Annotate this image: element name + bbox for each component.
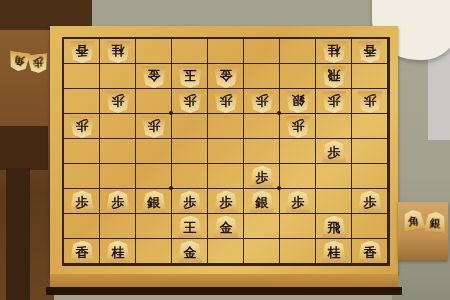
board-cell[interactable]: 香	[64, 239, 100, 264]
piece-kanji: 金	[184, 246, 197, 259]
board-cell[interactable]: 飛	[316, 64, 352, 89]
piece-kanji: 歩	[112, 94, 125, 107]
piece-kanji: 歩	[256, 171, 269, 184]
shogi-piece-歩-sente[interactable]: 歩	[105, 191, 131, 213]
shogi-piece-歩-gote[interactable]: 歩	[357, 91, 383, 113]
piece-kanji: 香	[364, 246, 377, 259]
shogi-piece-歩-sente[interactable]: 歩	[249, 166, 275, 188]
board-cell[interactable]: 歩	[244, 164, 280, 189]
board-cell[interactable]	[172, 114, 208, 139]
board-cell[interactable]	[64, 89, 100, 114]
board-cell[interactable]: 歩	[280, 114, 316, 139]
shogi-piece-歩-gote[interactable]: 歩	[213, 91, 239, 113]
piece-kanji: 桂	[112, 44, 125, 57]
shogi-piece-歩-gote-hand[interactable]: 歩	[26, 53, 50, 74]
board-cell[interactable]: 銀	[244, 189, 280, 214]
piece-kanji: 歩	[364, 196, 377, 209]
board-shadow	[46, 287, 402, 295]
board-cell[interactable]: 歩	[100, 89, 136, 114]
board-cell[interactable]: 歩	[208, 189, 244, 214]
board-front-edge	[50, 274, 398, 287]
shogi-piece-銀-sente[interactable]: 銀	[249, 191, 275, 213]
board-cell[interactable]	[208, 239, 244, 264]
board-cell[interactable]	[100, 214, 136, 239]
shogi-board: 香桂桂香金玉金飛歩歩歩歩銀歩歩歩歩歩歩歩歩歩銀歩歩銀歩歩王金飛香桂金桂香	[50, 26, 398, 274]
board-cell[interactable]	[244, 64, 280, 89]
shogi-piece-香-gote[interactable]: 香	[357, 41, 383, 63]
shogi-piece-桂-gote[interactable]: 桂	[321, 41, 347, 63]
board-cell[interactable]	[316, 189, 352, 214]
piece-kanji: 歩	[112, 196, 125, 209]
piece-kanji: 歩	[256, 94, 269, 107]
shogi-piece-歩-sente[interactable]: 歩	[69, 191, 95, 213]
board-cell[interactable]	[136, 214, 172, 239]
board-cell[interactable]: 歩	[136, 114, 172, 139]
board-cell[interactable]	[136, 139, 172, 164]
board-cell[interactable]	[172, 139, 208, 164]
board-cell[interactable]: 銀	[280, 89, 316, 114]
board-cell[interactable]	[352, 164, 388, 189]
piece-kanji: 歩	[76, 119, 89, 132]
shogi-piece-飛-sente[interactable]: 飛	[321, 216, 347, 238]
board-cell[interactable]	[280, 164, 316, 189]
board-cell[interactable]	[100, 164, 136, 189]
komadai-sente: 角銀	[398, 202, 448, 260]
shogi-piece-金-gote[interactable]: 金	[141, 66, 167, 88]
board-cell[interactable]	[208, 39, 244, 64]
board-cell[interactable]	[64, 164, 100, 189]
shogi-piece-歩-sente[interactable]: 歩	[357, 191, 383, 213]
board-cell[interactable]	[136, 239, 172, 264]
shogi-piece-桂-sente[interactable]: 桂	[321, 241, 347, 263]
board-cell[interactable]: 桂	[100, 39, 136, 64]
board-grid: 香桂桂香金玉金飛歩歩歩歩銀歩歩歩歩歩歩歩歩歩銀歩歩銀歩歩王金飛香桂金桂香	[62, 37, 390, 266]
board-cell[interactable]	[280, 139, 316, 164]
shogi-piece-歩-gote[interactable]: 歩	[285, 116, 311, 138]
shogi-piece-桂-sente[interactable]: 桂	[105, 241, 131, 263]
shogi-piece-歩-gote[interactable]: 歩	[69, 116, 95, 138]
board-cell[interactable]: 歩	[208, 89, 244, 114]
piece-kanji: 歩	[220, 196, 233, 209]
board-cell[interactable]	[136, 89, 172, 114]
board-cell[interactable]: 飛	[316, 214, 352, 239]
board-cell[interactable]	[100, 114, 136, 139]
board-cell[interactable]	[316, 164, 352, 189]
piece-kanji: 桂	[112, 246, 125, 259]
board-cell[interactable]: 香	[352, 39, 388, 64]
shogi-piece-金-sente[interactable]: 金	[213, 216, 239, 238]
board-cell[interactable]	[172, 164, 208, 189]
star-point	[169, 111, 173, 115]
shogi-piece-歩-gote[interactable]: 歩	[249, 91, 275, 113]
piece-kanji: 角	[13, 54, 25, 66]
board-cell[interactable]	[208, 139, 244, 164]
shogi-piece-歩-gote[interactable]: 歩	[177, 91, 203, 113]
board-cell[interactable]: 王	[172, 214, 208, 239]
piece-kanji: 角	[407, 215, 419, 227]
board-cell[interactable]: 歩	[352, 189, 388, 214]
board-cell[interactable]: 金	[136, 64, 172, 89]
piece-kanji: 歩	[148, 119, 161, 132]
piece-kanji: 金	[220, 69, 233, 82]
board-cell[interactable]	[352, 64, 388, 89]
piece-kanji: 金	[220, 221, 233, 234]
board-cell[interactable]	[136, 164, 172, 189]
board-cell[interactable]: 歩	[280, 189, 316, 214]
piece-kanji: 飛	[328, 69, 341, 82]
board-cell[interactable]: 桂	[316, 239, 352, 264]
piece-kanji: 歩	[328, 94, 341, 107]
board-cell[interactable]: 歩	[64, 114, 100, 139]
board-cell[interactable]: 歩	[244, 89, 280, 114]
shogi-piece-歩-sente[interactable]: 歩	[321, 141, 347, 163]
board-cell[interactable]	[244, 139, 280, 164]
piece-kanji: 歩	[32, 56, 44, 68]
shogi-piece-金-gote[interactable]: 金	[213, 66, 239, 88]
shogi-piece-飛-gote[interactable]: 飛	[321, 66, 347, 88]
shogi-piece-銀-gote[interactable]: 銀	[285, 91, 311, 113]
shogi-piece-角-gote-hand[interactable]: 角	[7, 51, 31, 73]
shogi-piece-歩-sente[interactable]: 歩	[177, 191, 203, 213]
shogi-piece-香-sente[interactable]: 香	[69, 241, 95, 263]
shogi-piece-銀-sente[interactable]: 銀	[141, 191, 167, 213]
shogi-piece-玉-gote[interactable]: 玉	[177, 66, 203, 88]
piece-kanji: 金	[148, 69, 161, 82]
board-cell[interactable]: 桂	[316, 39, 352, 64]
shogi-piece-歩-sente[interactable]: 歩	[285, 191, 311, 213]
board-cell[interactable]: 歩	[352, 89, 388, 114]
komadai-sente-pieces: 角銀	[400, 208, 446, 232]
board-cell[interactable]	[352, 114, 388, 139]
piece-kanji: 歩	[184, 94, 197, 107]
board-cell[interactable]	[64, 139, 100, 164]
board-cell[interactable]	[352, 214, 388, 239]
board-cell[interactable]	[316, 114, 352, 139]
board-cell[interactable]: 銀	[136, 189, 172, 214]
board-cell[interactable]	[64, 214, 100, 239]
piece-kanji: 歩	[292, 119, 305, 132]
table-leg	[6, 168, 30, 300]
board-cell[interactable]	[136, 39, 172, 64]
star-point	[169, 186, 173, 190]
piece-kanji: 桂	[328, 44, 341, 57]
board-cell[interactable]	[100, 64, 136, 89]
shogi-piece-歩-gote[interactable]: 歩	[141, 116, 167, 138]
shogi-piece-角-sente-hand[interactable]: 角	[401, 208, 427, 231]
board-cell[interactable]	[100, 139, 136, 164]
board-cell[interactable]	[280, 39, 316, 64]
shogi-piece-香-gote[interactable]: 香	[69, 41, 95, 63]
shogi-piece-香-sente[interactable]: 香	[357, 241, 383, 263]
piece-kanji: 歩	[292, 196, 305, 209]
shogi-piece-王-sente[interactable]: 王	[177, 216, 203, 238]
board-cell[interactable]: 歩	[64, 189, 100, 214]
piece-kanji: 銀	[429, 217, 441, 229]
piece-kanji: 銀	[148, 196, 161, 209]
board-cell[interactable]	[244, 239, 280, 264]
star-point	[277, 186, 281, 190]
board-cell[interactable]	[208, 114, 244, 139]
board-cell[interactable]: 桂	[100, 239, 136, 264]
piece-kanji: 香	[76, 44, 89, 57]
shogi-piece-歩-sente[interactable]: 歩	[213, 191, 239, 213]
piece-kanji: 王	[184, 221, 197, 234]
piece-kanji: 桂	[328, 246, 341, 259]
board-cell[interactable]: 歩	[316, 139, 352, 164]
piece-kanji: 玉	[184, 69, 197, 82]
shogi-piece-金-sente[interactable]: 金	[177, 241, 203, 263]
board-cell[interactable]	[244, 214, 280, 239]
board-cell[interactable]: 金	[208, 64, 244, 89]
shogi-piece-銀-sente-hand[interactable]: 銀	[423, 211, 448, 233]
board-cell[interactable]	[172, 39, 208, 64]
piece-kanji: 歩	[76, 196, 89, 209]
scene: 角歩 香桂桂香金玉金飛歩歩歩歩銀歩歩歩歩歩歩歩歩歩銀歩歩銀歩歩王金飛香桂金桂香 …	[0, 0, 450, 300]
piece-kanji: 飛	[328, 221, 341, 234]
komadai-gote: 角歩	[4, 44, 50, 84]
board-cell[interactable]	[280, 64, 316, 89]
board-cell[interactable]: 玉	[172, 64, 208, 89]
star-point	[277, 111, 281, 115]
piece-kanji: 歩	[328, 146, 341, 159]
piece-kanji: 銀	[292, 94, 305, 107]
board-cell[interactable]	[208, 164, 244, 189]
piece-kanji: 銀	[256, 196, 269, 209]
side-table-edge	[0, 126, 48, 170]
board-cell[interactable]: 香	[64, 39, 100, 64]
board-cell[interactable]	[64, 64, 100, 89]
board-cell[interactable]	[280, 214, 316, 239]
board-cell[interactable]: 歩	[316, 89, 352, 114]
board-cell[interactable]: 金	[208, 214, 244, 239]
shogi-piece-歩-gote[interactable]: 歩	[105, 91, 131, 113]
piece-kanji: 歩	[220, 94, 233, 107]
piece-kanji: 歩	[364, 94, 377, 107]
piece-kanji: 香	[364, 44, 377, 57]
board-cell[interactable]	[244, 39, 280, 64]
shogi-piece-歩-gote[interactable]: 歩	[321, 91, 347, 113]
board-cell[interactable]	[280, 239, 316, 264]
piece-kanji: 香	[76, 246, 89, 259]
board-cell[interactable]: 金	[172, 239, 208, 264]
board-cell[interactable]	[352, 139, 388, 164]
board-cell[interactable]: 歩	[100, 189, 136, 214]
board-cell[interactable]: 歩	[172, 89, 208, 114]
board-cell[interactable]: 歩	[172, 189, 208, 214]
shogi-piece-桂-gote[interactable]: 桂	[105, 41, 131, 63]
board-cell[interactable]	[244, 114, 280, 139]
piece-kanji: 歩	[184, 196, 197, 209]
board-cell[interactable]: 香	[352, 239, 388, 264]
